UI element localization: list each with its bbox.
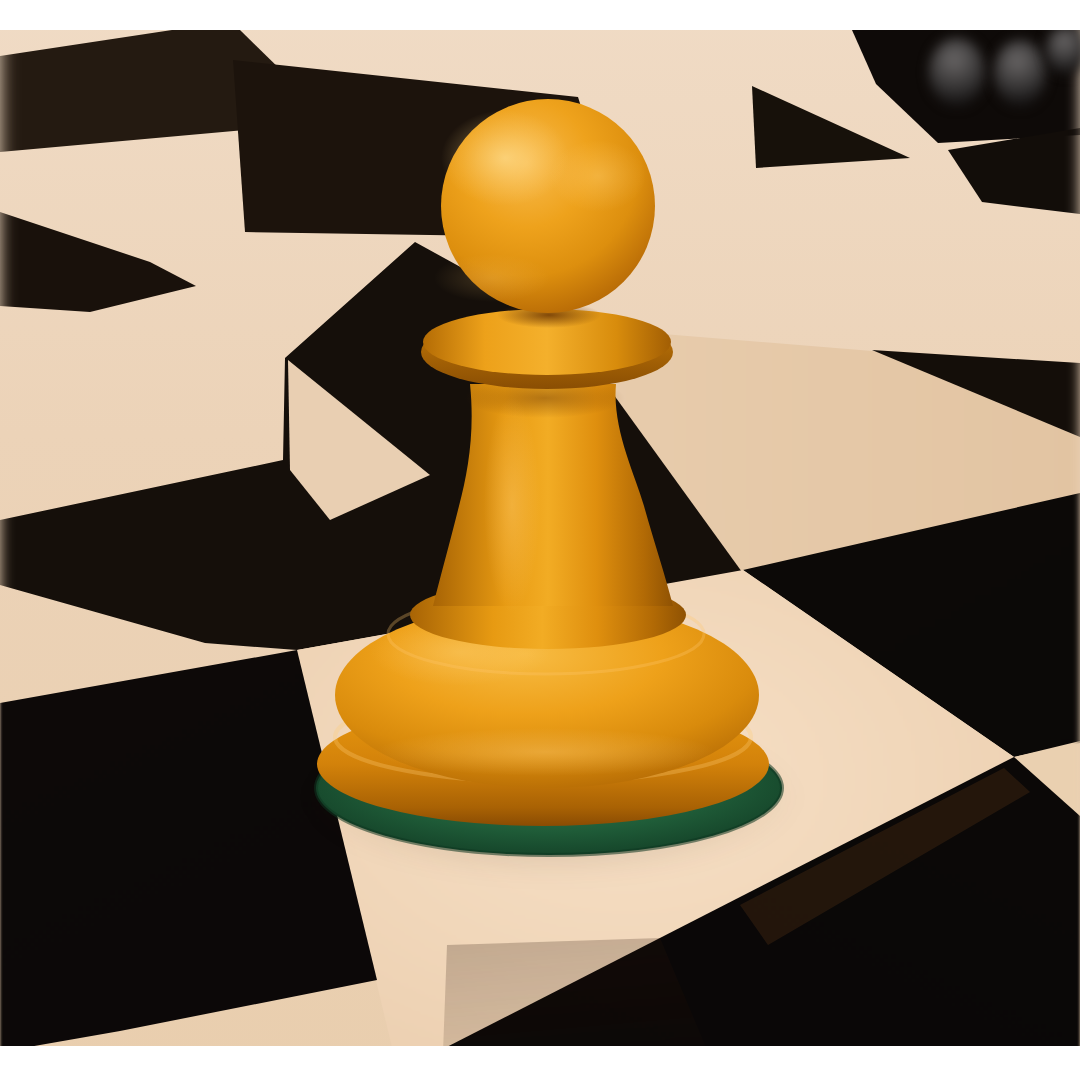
- pawn-head-sheen-2: [550, 140, 646, 212]
- pawn-head-sheen: [441, 110, 569, 206]
- white-pawn: [230, 60, 880, 870]
- pawn-bulb-glow: [375, 728, 715, 776]
- backdrop-band-top: [0, 0, 1080, 30]
- blurred-black-piece-2: [994, 40, 1046, 106]
- photo-stage: [0, 0, 1080, 1081]
- pawn-stem-highlight: [484, 397, 540, 613]
- blurred-black-piece-1: [929, 38, 985, 106]
- backdrop-band-bottom: [0, 1046, 1080, 1081]
- blurred-black-piece-3: [1046, 26, 1080, 74]
- pawn-head-rim-light: [434, 254, 550, 302]
